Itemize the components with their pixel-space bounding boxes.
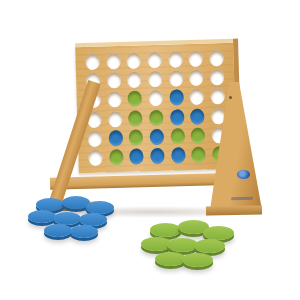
blue-loose-disc-4[interactable] <box>28 210 56 223</box>
hole-r2c5[interactable] <box>168 70 182 86</box>
disc-green-r6c2[interactable] <box>109 149 123 165</box>
hole-r1c5[interactable] <box>168 51 182 67</box>
disc-green-r5c3[interactable] <box>129 129 143 145</box>
disc-green-r4c3[interactable] <box>128 110 142 126</box>
stand-right-foot <box>206 206 262 216</box>
hole-r1c4[interactable] <box>147 51 161 67</box>
hole-r1c7[interactable] <box>209 50 223 66</box>
hole-r6c1[interactable] <box>89 150 103 166</box>
disc-green-r6c6[interactable] <box>191 147 205 163</box>
connect-four-board <box>75 43 237 174</box>
hole-r3c4[interactable] <box>148 90 162 106</box>
screw-hole <box>229 96 232 99</box>
disc-blue-r5c2[interactable] <box>108 130 122 146</box>
disc-blue-r3c5[interactable] <box>169 90 183 106</box>
disc-blue-r4c6[interactable] <box>190 108 204 124</box>
green-loose-disc-1[interactable] <box>150 223 181 237</box>
hole-r2c6[interactable] <box>189 70 203 86</box>
green-loose-disc-8[interactable] <box>182 253 213 267</box>
hole-r4c7[interactable] <box>211 108 225 124</box>
hole-r2c2[interactable] <box>107 72 121 88</box>
hole-r3c6[interactable] <box>190 89 204 105</box>
hole-r2c3[interactable] <box>127 71 141 87</box>
disc-blue-r6c4[interactable] <box>150 148 164 164</box>
disc-blue-r5c4[interactable] <box>150 129 164 145</box>
brand-logo-badge <box>237 170 250 179</box>
disc-green-r5c5[interactable] <box>170 128 184 144</box>
disc-blue-r4c5[interactable] <box>170 109 184 125</box>
blue-loose-disc-8[interactable] <box>70 225 98 238</box>
disc-blue-r6c5[interactable] <box>171 147 185 163</box>
hole-r2c7[interactable] <box>210 69 224 85</box>
hole-r3c7[interactable] <box>210 88 224 104</box>
hole-r3c2[interactable] <box>107 91 121 107</box>
hole-r4c2[interactable] <box>108 111 122 127</box>
hole-r1c2[interactable] <box>106 53 120 69</box>
hole-r2c4[interactable] <box>148 71 162 87</box>
blue-loose-disc-7[interactable] <box>44 224 72 237</box>
hole-r1c6[interactable] <box>188 50 202 66</box>
hole-r1c3[interactable] <box>127 52 141 68</box>
green-loose-disc-3[interactable] <box>203 226 234 240</box>
blue-loose-disc-3[interactable] <box>86 201 114 214</box>
hole-r1c1[interactable] <box>86 53 100 69</box>
hole-r5c1[interactable] <box>88 131 102 147</box>
disc-green-r5c6[interactable] <box>191 128 205 144</box>
disc-green-r4c4[interactable] <box>149 109 163 125</box>
green-loose-disc-6[interactable] <box>194 239 225 253</box>
disc-green-r3c3[interactable] <box>128 91 142 107</box>
product-photo-scene <box>0 0 300 300</box>
board-grid <box>75 43 237 174</box>
disc-blue-r6c3[interactable] <box>130 149 144 165</box>
